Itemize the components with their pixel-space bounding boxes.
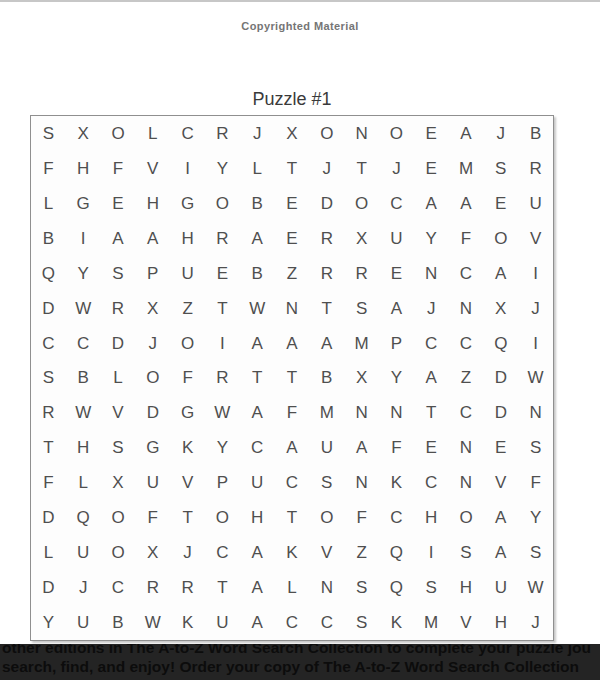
- grid-cell-r13c14: A: [483, 535, 518, 570]
- grid-cell-r3c10: O: [344, 186, 379, 221]
- footer-text-line-1: other editions in The A-to-Z Word Search…: [0, 644, 600, 657]
- grid-cell-r13c1: L: [31, 535, 66, 570]
- grid-cell-r6c6: T: [205, 291, 240, 326]
- grid-cell-r12c15: Y: [518, 500, 553, 535]
- grid-cell-r13c12: I: [414, 535, 449, 570]
- grid-cell-r15c5: K: [170, 605, 205, 640]
- grid-cell-r6c13: N: [449, 291, 484, 326]
- grid-cell-r1c1: S: [31, 116, 66, 151]
- grid-cell-r8c5: F: [170, 361, 205, 396]
- copyrighted-material-notice: Copyrighted Material: [0, 20, 600, 32]
- grid-cell-r7c3: D: [101, 326, 136, 361]
- grid-cell-r10c3: S: [101, 430, 136, 465]
- grid-cell-r2c11: J: [379, 151, 414, 186]
- grid-cell-r3c9: D: [309, 186, 344, 221]
- grid-cell-r3c13: A: [449, 186, 484, 221]
- grid-cell-r13c10: Z: [344, 535, 379, 570]
- grid-cell-r1c2: X: [66, 116, 101, 151]
- grid-cell-r10c7: C: [240, 430, 275, 465]
- grid-cell-r13c4: X: [135, 535, 170, 570]
- grid-cell-r6c1: D: [31, 291, 66, 326]
- grid-cell-r9c7: A: [240, 395, 275, 430]
- grid-cell-r14c13: H: [449, 570, 484, 605]
- grid-cell-r2c8: T: [275, 151, 310, 186]
- grid-cell-r15c3: B: [101, 605, 136, 640]
- grid-cell-r10c1: T: [31, 430, 66, 465]
- grid-cell-r12c7: H: [240, 500, 275, 535]
- grid-cell-r15c13: V: [449, 605, 484, 640]
- grid-cell-r5c6: E: [205, 256, 240, 291]
- grid-cell-r6c4: X: [135, 291, 170, 326]
- grid-cell-r6c2: W: [66, 291, 101, 326]
- grid-cell-r9c5: G: [170, 395, 205, 430]
- grid-cell-r10c11: F: [379, 430, 414, 465]
- grid-cell-r3c11: C: [379, 186, 414, 221]
- grid-cell-r1c13: A: [449, 116, 484, 151]
- grid-cell-r7c1: C: [31, 326, 66, 361]
- grid-cell-r14c11: Q: [379, 570, 414, 605]
- grid-cell-r13c8: K: [275, 535, 310, 570]
- grid-cell-r12c3: O: [101, 500, 136, 535]
- grid-cell-r1c6: R: [205, 116, 240, 151]
- grid-cell-r4c15: V: [518, 221, 553, 256]
- grid-cell-r2c3: F: [101, 151, 136, 186]
- grid-cell-r15c15: J: [518, 605, 553, 640]
- grid-cell-r3c14: E: [483, 186, 518, 221]
- grid-cell-r4c6: R: [205, 221, 240, 256]
- grid-cell-r9c14: D: [483, 395, 518, 430]
- grid-cell-r11c9: S: [309, 465, 344, 500]
- grid-cell-r10c9: U: [309, 430, 344, 465]
- grid-cell-r14c10: S: [344, 570, 379, 605]
- grid-cell-r12c9: O: [309, 500, 344, 535]
- grid-cell-r2c1: F: [31, 151, 66, 186]
- grid-cell-r14c5: R: [170, 570, 205, 605]
- grid-cell-r3c7: B: [240, 186, 275, 221]
- grid-cell-r9c6: W: [205, 395, 240, 430]
- grid-cell-r11c14: V: [483, 465, 518, 500]
- grid-cell-r4c8: E: [275, 221, 310, 256]
- grid-cell-r10c8: A: [275, 430, 310, 465]
- grid-cell-r9c12: T: [414, 395, 449, 430]
- grid-cell-r11c8: C: [275, 465, 310, 500]
- grid-cell-r13c3: O: [101, 535, 136, 570]
- grid-cell-r6c3: R: [101, 291, 136, 326]
- grid-cell-r7c15: I: [518, 326, 553, 361]
- grid-cell-r12c14: A: [483, 500, 518, 535]
- grid-cell-r8c15: W: [518, 361, 553, 396]
- grid-cell-r13c2: U: [66, 535, 101, 570]
- grid-cell-r3c15: U: [518, 186, 553, 221]
- grid-cell-r9c10: N: [344, 395, 379, 430]
- grid-cell-r7c8: A: [275, 326, 310, 361]
- grid-cell-r11c15: F: [518, 465, 553, 500]
- grid-cell-r5c13: C: [449, 256, 484, 291]
- grid-cell-r12c4: F: [135, 500, 170, 535]
- grid-cell-r1c7: J: [240, 116, 275, 151]
- grid-cell-r9c2: W: [66, 395, 101, 430]
- grid-cell-r4c9: R: [309, 221, 344, 256]
- grid-cell-r8c13: Z: [449, 361, 484, 396]
- grid-cell-r4c2: I: [66, 221, 101, 256]
- grid-cell-r13c6: C: [205, 535, 240, 570]
- grid-cell-r10c13: N: [449, 430, 484, 465]
- grid-cell-r11c1: F: [31, 465, 66, 500]
- grid-cell-r9c9: M: [309, 395, 344, 430]
- grid-cell-r3c6: O: [205, 186, 240, 221]
- grid-cell-r1c10: N: [344, 116, 379, 151]
- grid-cell-r13c13: S: [449, 535, 484, 570]
- grid-cell-r15c8: C: [275, 605, 310, 640]
- grid-cell-r14c3: C: [101, 570, 136, 605]
- grid-cell-r7c13: C: [449, 326, 484, 361]
- grid-cell-r11c4: U: [135, 465, 170, 500]
- grid-cell-r7c7: A: [240, 326, 275, 361]
- grid-cell-r13c15: S: [518, 535, 553, 570]
- grid-cell-r2c4: V: [135, 151, 170, 186]
- grid-cell-r1c9: O: [309, 116, 344, 151]
- grid-cell-r3c12: A: [414, 186, 449, 221]
- grid-cell-r14c15: W: [518, 570, 553, 605]
- grid-cell-r7c10: M: [344, 326, 379, 361]
- grid-cell-r14c6: T: [205, 570, 240, 605]
- grid-cell-r9c8: F: [275, 395, 310, 430]
- grid-cell-r14c12: S: [414, 570, 449, 605]
- grid-cell-r15c12: M: [414, 605, 449, 640]
- grid-cell-r15c11: K: [379, 605, 414, 640]
- grid-cell-r7c6: I: [205, 326, 240, 361]
- grid-cell-r2c13: M: [449, 151, 484, 186]
- grid-cell-r3c2: G: [66, 186, 101, 221]
- grid-cell-r12c10: F: [344, 500, 379, 535]
- grid-cell-r8c7: T: [240, 361, 275, 396]
- grid-cell-r7c2: C: [66, 326, 101, 361]
- grid-cell-r15c7: A: [240, 605, 275, 640]
- grid-cell-r4c12: Y: [414, 221, 449, 256]
- grid-cell-r10c5: K: [170, 430, 205, 465]
- grid-cell-r8c11: Y: [379, 361, 414, 396]
- grid-cell-r7c12: C: [414, 326, 449, 361]
- grid-cell-r11c3: X: [101, 465, 136, 500]
- grid-cell-r2c5: I: [170, 151, 205, 186]
- grid-cell-r2c7: L: [240, 151, 275, 186]
- puzzle-title: Puzzle #1: [30, 89, 554, 110]
- grid-cell-r14c8: L: [275, 570, 310, 605]
- grid-cell-r14c14: U: [483, 570, 518, 605]
- grid-cell-r1c8: X: [275, 116, 310, 151]
- grid-cell-r15c14: H: [483, 605, 518, 640]
- grid-cell-r11c11: K: [379, 465, 414, 500]
- grid-cell-r5c4: P: [135, 256, 170, 291]
- grid-cell-r8c8: T: [275, 361, 310, 396]
- grid-cell-r3c5: G: [170, 186, 205, 221]
- grid-cell-r1c4: L: [135, 116, 170, 151]
- grid-cell-r9c11: N: [379, 395, 414, 430]
- grid-cell-r5c10: R: [344, 256, 379, 291]
- grid-cell-r3c4: H: [135, 186, 170, 221]
- grid-cell-r14c7: A: [240, 570, 275, 605]
- grid-cell-r1c15: B: [518, 116, 553, 151]
- grid-cell-r2c2: H: [66, 151, 101, 186]
- grid-cell-r7c14: Q: [483, 326, 518, 361]
- grid-cell-r12c1: D: [31, 500, 66, 535]
- grid-cell-r4c13: F: [449, 221, 484, 256]
- grid-cell-r1c11: O: [379, 116, 414, 151]
- grid-cell-r14c1: D: [31, 570, 66, 605]
- grid-cell-r12c12: H: [414, 500, 449, 535]
- grid-cell-r10c4: G: [135, 430, 170, 465]
- grid-cell-r11c13: N: [449, 465, 484, 500]
- grid-cell-r5c9: R: [309, 256, 344, 291]
- grid-cell-r7c5: O: [170, 326, 205, 361]
- grid-cell-r8c9: B: [309, 361, 344, 396]
- grid-cell-r5c14: A: [483, 256, 518, 291]
- grid-cell-r11c5: V: [170, 465, 205, 500]
- grid-cell-r9c15: N: [518, 395, 553, 430]
- grid-cell-r9c3: V: [101, 395, 136, 430]
- grid-cell-r6c12: J: [414, 291, 449, 326]
- grid-cell-r4c14: O: [483, 221, 518, 256]
- grid-cell-r9c4: D: [135, 395, 170, 430]
- grid-cell-r1c12: E: [414, 116, 449, 151]
- grid-cell-r5c1: Q: [31, 256, 66, 291]
- grid-cell-r5c12: N: [414, 256, 449, 291]
- grid-cell-r9c1: R: [31, 395, 66, 430]
- grid-cell-r15c6: U: [205, 605, 240, 640]
- grid-cell-r14c2: J: [66, 570, 101, 605]
- grid-cell-r4c10: X: [344, 221, 379, 256]
- grid-cell-r12c5: T: [170, 500, 205, 535]
- grid-cell-r4c5: H: [170, 221, 205, 256]
- book-preview-page: Copyrighted Material Puzzle #1 SXOLCRJXO…: [0, 0, 600, 680]
- grid-cell-r6c7: W: [240, 291, 275, 326]
- grid-cell-r3c3: E: [101, 186, 136, 221]
- grid-cell-r10c14: E: [483, 430, 518, 465]
- grid-cell-r4c3: A: [101, 221, 136, 256]
- grid-cell-r12c6: O: [205, 500, 240, 535]
- grid-cell-r1c3: O: [101, 116, 136, 151]
- grid-cell-r11c6: P: [205, 465, 240, 500]
- grid-cell-r8c2: B: [66, 361, 101, 396]
- grid-cell-r6c14: X: [483, 291, 518, 326]
- grid-cell-r6c15: J: [518, 291, 553, 326]
- grid-cell-r5c2: Y: [66, 256, 101, 291]
- grid-cell-r12c13: O: [449, 500, 484, 535]
- grid-cell-r13c5: J: [170, 535, 205, 570]
- footer-text-line-2: search, find, and enjoy! Order your copy…: [0, 657, 600, 676]
- grid-cell-r8c4: O: [135, 361, 170, 396]
- grid-cell-r12c2: Q: [66, 500, 101, 535]
- grid-cell-r10c12: E: [414, 430, 449, 465]
- grid-cell-r5c8: Z: [275, 256, 310, 291]
- grid-cell-r1c5: C: [170, 116, 205, 151]
- grid-cell-r5c11: E: [379, 256, 414, 291]
- grid-cell-r15c9: C: [309, 605, 344, 640]
- grid-cell-r12c8: T: [275, 500, 310, 535]
- grid-cell-r15c10: S: [344, 605, 379, 640]
- page-top-border: [0, 0, 600, 2]
- grid-cell-r4c7: A: [240, 221, 275, 256]
- grid-cell-r6c9: T: [309, 291, 344, 326]
- grid-cell-r12c11: C: [379, 500, 414, 535]
- grid-cell-r8c1: S: [31, 361, 66, 396]
- grid-cell-r3c8: E: [275, 186, 310, 221]
- grid-cell-r5c5: U: [170, 256, 205, 291]
- grid-cell-r4c1: B: [31, 221, 66, 256]
- grid-cell-r7c4: J: [135, 326, 170, 361]
- grid-cell-r6c11: A: [379, 291, 414, 326]
- word-search-grid: SXOLCRJXONOEAJBFHFVIYLTJTJEMSRLGEHGOBEDO…: [30, 115, 554, 641]
- grid-cell-r2c10: T: [344, 151, 379, 186]
- grid-cell-r5c7: B: [240, 256, 275, 291]
- grid-cell-r15c2: U: [66, 605, 101, 640]
- grid-cell-r8c12: A: [414, 361, 449, 396]
- grid-cell-r13c9: V: [309, 535, 344, 570]
- grid-cell-r6c8: N: [275, 291, 310, 326]
- grid-cell-r11c2: L: [66, 465, 101, 500]
- grid-cell-r5c3: S: [101, 256, 136, 291]
- grid-cell-r8c14: D: [483, 361, 518, 396]
- grid-cell-r11c10: N: [344, 465, 379, 500]
- grid-cell-r8c6: R: [205, 361, 240, 396]
- grid-cell-r10c15: S: [518, 430, 553, 465]
- grid-cell-r7c9: A: [309, 326, 344, 361]
- grid-cell-r6c10: S: [344, 291, 379, 326]
- grid-cell-r15c4: W: [135, 605, 170, 640]
- grid-cell-r2c14: S: [483, 151, 518, 186]
- grid-cell-r15c1: Y: [31, 605, 66, 640]
- grid-cell-r7c11: P: [379, 326, 414, 361]
- grid-cell-r2c15: R: [518, 151, 553, 186]
- grid-cell-r10c6: Y: [205, 430, 240, 465]
- grid-cell-r13c7: A: [240, 535, 275, 570]
- grid-cell-r8c3: L: [101, 361, 136, 396]
- grid-cell-r1c14: J: [483, 116, 518, 151]
- grid-cell-r14c9: N: [309, 570, 344, 605]
- grid-cell-r10c10: A: [344, 430, 379, 465]
- grid-cell-r10c2: H: [66, 430, 101, 465]
- grid-cell-r4c11: U: [379, 221, 414, 256]
- grid-cell-r3c1: L: [31, 186, 66, 221]
- grid-cell-r13c11: Q: [379, 535, 414, 570]
- grid-cell-r9c13: C: [449, 395, 484, 430]
- grid-cell-r6c5: Z: [170, 291, 205, 326]
- grid-cell-r2c9: J: [309, 151, 344, 186]
- grid-cell-r4c4: A: [135, 221, 170, 256]
- grid-cell-r14c4: R: [135, 570, 170, 605]
- grid-cell-r11c7: U: [240, 465, 275, 500]
- grid-cell-r2c6: Y: [205, 151, 240, 186]
- grid-cell-r2c12: E: [414, 151, 449, 186]
- grid-cell-r11c12: C: [414, 465, 449, 500]
- grid-cell-r8c10: X: [344, 361, 379, 396]
- footer-overlay-bar: other editions in The A-to-Z Word Search…: [0, 644, 600, 680]
- grid-cell-r5c15: I: [518, 256, 553, 291]
